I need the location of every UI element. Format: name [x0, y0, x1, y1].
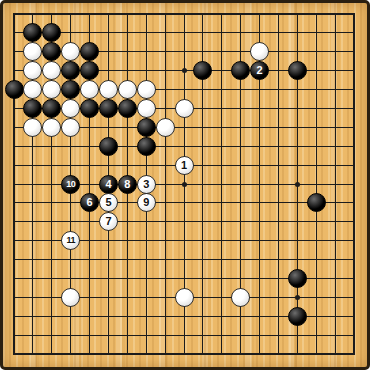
grid-line — [278, 13, 279, 355]
stone-black — [99, 137, 118, 156]
stone-black: 4 — [99, 175, 118, 194]
grid-line — [353, 13, 355, 355]
grid-line — [13, 259, 355, 260]
star-point — [182, 68, 187, 73]
move-number-label: 7 — [105, 216, 111, 227]
stone-white: 11 — [61, 231, 80, 250]
move-number-label: 10 — [66, 180, 75, 189]
stone-black — [5, 80, 24, 99]
grid-line — [13, 221, 355, 222]
move-number-label: 6 — [86, 197, 92, 208]
stone-white — [61, 118, 80, 137]
move-number-label: 5 — [105, 197, 111, 208]
grid-line — [13, 202, 355, 203]
stone-black — [137, 118, 156, 137]
stone-white — [61, 288, 80, 307]
stone-black — [118, 99, 137, 118]
stone-black — [80, 42, 99, 61]
stone-black — [288, 307, 307, 326]
stone-white — [23, 118, 42, 137]
stone-black — [42, 42, 61, 61]
go-board[interactable]: 2110483659711 — [0, 0, 370, 370]
stone-black: 8 — [118, 175, 137, 194]
grid-line — [316, 13, 317, 355]
stone-white: 1 — [175, 156, 194, 175]
stone-black — [99, 99, 118, 118]
stone-black — [42, 99, 61, 118]
star-point — [182, 182, 187, 187]
grid-line — [335, 13, 336, 355]
stone-white — [61, 99, 80, 118]
stone-white — [175, 99, 194, 118]
grid-line — [221, 13, 222, 355]
stone-white — [42, 80, 61, 99]
move-number-label: 11 — [66, 236, 75, 245]
stone-black — [137, 137, 156, 156]
stone-black — [288, 61, 307, 80]
stone-black — [80, 99, 99, 118]
stone-white — [137, 80, 156, 99]
stone-white — [250, 42, 269, 61]
stone-black — [193, 61, 212, 80]
stone-black: 10 — [61, 175, 80, 194]
grid-line — [13, 353, 355, 355]
grid-line — [13, 335, 355, 336]
star-point — [295, 295, 300, 300]
stone-white — [175, 288, 194, 307]
stone-black: 2 — [250, 61, 269, 80]
stone-black — [231, 61, 250, 80]
stone-black — [288, 269, 307, 288]
stone-black — [80, 61, 99, 80]
stone-white: 3 — [137, 175, 156, 194]
board-grid: 2110483659711 — [14, 14, 354, 354]
stone-black: 6 — [80, 193, 99, 212]
move-number-label: 3 — [143, 179, 149, 190]
move-number-label: 4 — [105, 179, 111, 190]
stone-white — [80, 80, 99, 99]
stone-white — [23, 80, 42, 99]
stone-white — [99, 80, 118, 99]
stone-black — [61, 80, 80, 99]
move-number-label: 2 — [256, 65, 262, 76]
stone-white: 9 — [137, 193, 156, 212]
stone-black — [42, 23, 61, 42]
stone-black — [23, 99, 42, 118]
star-point — [295, 182, 300, 187]
stone-white — [118, 80, 137, 99]
stone-black — [61, 61, 80, 80]
stone-white — [42, 118, 61, 137]
stone-black — [307, 193, 326, 212]
stone-white — [231, 288, 250, 307]
move-number-label: 8 — [124, 179, 130, 190]
move-number-label: 9 — [143, 197, 149, 208]
stone-white — [156, 118, 175, 137]
stone-white — [42, 61, 61, 80]
stone-white — [23, 61, 42, 80]
stone-white — [23, 42, 42, 61]
stone-white — [61, 42, 80, 61]
stone-white: 7 — [99, 212, 118, 231]
stone-white: 5 — [99, 193, 118, 212]
stone-white — [137, 99, 156, 118]
stone-black — [23, 23, 42, 42]
move-number-label: 1 — [181, 160, 187, 171]
